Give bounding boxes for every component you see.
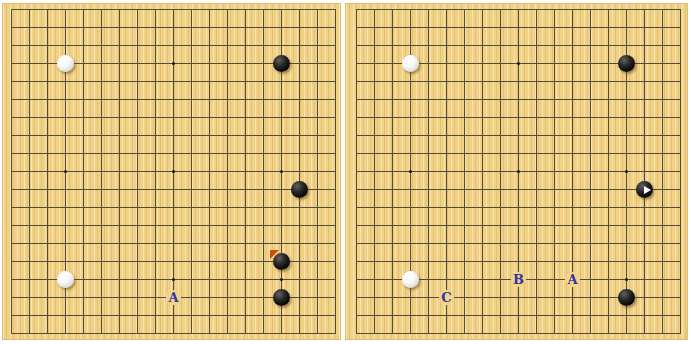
star-point xyxy=(517,62,520,65)
variation-label[interactable]: A xyxy=(166,290,181,305)
star-point xyxy=(172,62,175,65)
grid-line xyxy=(356,207,681,208)
white-stone[interactable] xyxy=(57,271,74,288)
grid-line xyxy=(11,189,336,190)
black-stone[interactable] xyxy=(618,289,635,306)
grid-line xyxy=(299,9,300,334)
grid-line xyxy=(356,189,681,190)
grid-line xyxy=(554,9,555,334)
variation-label[interactable]: B xyxy=(511,272,526,287)
grid-line xyxy=(245,9,246,334)
go-board-right-diagram[interactable]: BAC xyxy=(345,3,688,340)
black-stone[interactable] xyxy=(273,253,290,270)
black-stone[interactable] xyxy=(618,55,635,72)
grid-line xyxy=(227,9,228,334)
variation-label[interactable]: C xyxy=(439,290,454,305)
grid-line xyxy=(590,9,591,334)
grid-line xyxy=(536,9,537,334)
star-point xyxy=(409,170,412,173)
white-stone[interactable] xyxy=(57,55,74,72)
go-board-left-diagram[interactable]: A xyxy=(2,3,341,340)
star-point xyxy=(625,278,628,281)
grid-line xyxy=(263,9,264,334)
white-stone[interactable] xyxy=(402,271,419,288)
black-stone[interactable] xyxy=(273,55,290,72)
star-point xyxy=(280,170,283,173)
variation-label[interactable]: A xyxy=(565,272,580,287)
grid-line xyxy=(11,225,336,226)
grid-line xyxy=(356,225,681,226)
grid-line xyxy=(662,9,663,334)
white-stone[interactable] xyxy=(402,55,419,72)
grid-line xyxy=(680,9,681,334)
grid-line xyxy=(11,333,336,334)
grid-line xyxy=(356,243,681,244)
grid-line xyxy=(356,315,681,316)
star-point xyxy=(625,170,628,173)
grid-line xyxy=(209,9,210,334)
star-point xyxy=(172,170,175,173)
white-triangle-last-move-marker-icon xyxy=(644,186,651,194)
grid-line xyxy=(11,243,336,244)
grid-line xyxy=(644,9,645,334)
black-stone[interactable] xyxy=(291,181,308,198)
black-stone[interactable] xyxy=(273,289,290,306)
grid-line xyxy=(356,261,681,262)
grid-line xyxy=(317,9,318,334)
star-point xyxy=(64,170,67,173)
grid-line xyxy=(191,9,192,334)
grid-line xyxy=(11,207,336,208)
grid-line xyxy=(11,315,336,316)
star-point xyxy=(280,278,283,281)
star-point xyxy=(172,278,175,281)
star-point xyxy=(517,170,520,173)
grid-line xyxy=(608,9,609,334)
grid-line xyxy=(356,333,681,334)
grid-line xyxy=(335,9,336,334)
